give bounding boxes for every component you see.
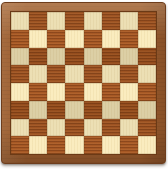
square-h6[interactable] (138, 48, 156, 66)
square-d5[interactable] (65, 65, 83, 83)
square-e1[interactable] (84, 136, 102, 154)
square-c1[interactable] (47, 136, 65, 154)
square-h3[interactable] (138, 101, 156, 119)
square-b7[interactable] (29, 30, 47, 48)
square-f7[interactable] (102, 30, 120, 48)
square-d2[interactable] (65, 119, 83, 137)
square-c2[interactable] (47, 119, 65, 137)
square-a3[interactable] (11, 101, 29, 119)
board-playing-area (10, 11, 157, 155)
square-d6[interactable] (65, 48, 83, 66)
square-g7[interactable] (120, 30, 138, 48)
square-a7[interactable] (11, 30, 29, 48)
square-g5[interactable] (120, 65, 138, 83)
square-g3[interactable] (120, 101, 138, 119)
square-f5[interactable] (102, 65, 120, 83)
square-b8[interactable] (29, 12, 47, 30)
square-b6[interactable] (29, 48, 47, 66)
square-g8[interactable] (120, 12, 138, 30)
square-e4[interactable] (84, 83, 102, 101)
square-e2[interactable] (84, 119, 102, 137)
square-c5[interactable] (47, 65, 65, 83)
square-e6[interactable] (84, 48, 102, 66)
square-b3[interactable] (29, 101, 47, 119)
square-f1[interactable] (102, 136, 120, 154)
square-c7[interactable] (47, 30, 65, 48)
square-c8[interactable] (47, 12, 65, 30)
square-g4[interactable] (120, 83, 138, 101)
square-e5[interactable] (84, 65, 102, 83)
square-b5[interactable] (29, 65, 47, 83)
square-h1[interactable] (138, 136, 156, 154)
square-g2[interactable] (120, 119, 138, 137)
square-b4[interactable] (29, 83, 47, 101)
square-c4[interactable] (47, 83, 65, 101)
product-photo-background (0, 0, 168, 169)
square-g6[interactable] (120, 48, 138, 66)
square-f4[interactable] (102, 83, 120, 101)
square-a5[interactable] (11, 65, 29, 83)
square-b2[interactable] (29, 119, 47, 137)
square-d8[interactable] (65, 12, 83, 30)
square-g1[interactable] (120, 136, 138, 154)
square-h5[interactable] (138, 65, 156, 83)
square-c3[interactable] (47, 101, 65, 119)
square-h4[interactable] (138, 83, 156, 101)
square-b1[interactable] (29, 136, 47, 154)
square-d7[interactable] (65, 30, 83, 48)
square-a2[interactable] (11, 119, 29, 137)
square-f2[interactable] (102, 119, 120, 137)
square-a6[interactable] (11, 48, 29, 66)
chess-board (1, 2, 166, 164)
square-d4[interactable] (65, 83, 83, 101)
square-d1[interactable] (65, 136, 83, 154)
square-c6[interactable] (47, 48, 65, 66)
square-e8[interactable] (84, 12, 102, 30)
square-a8[interactable] (11, 12, 29, 30)
square-a4[interactable] (11, 83, 29, 101)
square-f8[interactable] (102, 12, 120, 30)
square-h7[interactable] (138, 30, 156, 48)
board-grid (11, 12, 156, 154)
square-h8[interactable] (138, 12, 156, 30)
square-f6[interactable] (102, 48, 120, 66)
square-d3[interactable] (65, 101, 83, 119)
square-e3[interactable] (84, 101, 102, 119)
square-f3[interactable] (102, 101, 120, 119)
square-e7[interactable] (84, 30, 102, 48)
square-h2[interactable] (138, 119, 156, 137)
square-a1[interactable] (11, 136, 29, 154)
